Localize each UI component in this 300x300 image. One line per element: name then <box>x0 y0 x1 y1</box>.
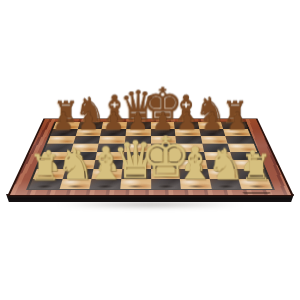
piece-white-rook: ♜ <box>239 149 271 185</box>
piece-cell-b7: ♟ <box>75 128 101 135</box>
brand-stamp-mark <box>242 191 271 193</box>
piece-black-pawn: ♟ <box>226 109 248 133</box>
board-stage: ♜♞♝♛♚♝♞♜♟♟♟♟♟♟♟♟♟♟♟♟♟♟♟♟♜♞♝♛♚♝♞♜ <box>0 0 300 300</box>
piece-black-pawn: ♟ <box>201 109 223 133</box>
piece-cell-g7: ♟ <box>199 128 225 135</box>
piece-black-pawn: ♟ <box>77 109 99 133</box>
piece-white-knight: ♞ <box>206 142 245 185</box>
chess-set-photo: ♜♞♝♛♚♝♞♜♟♟♟♟♟♟♟♟♟♟♟♟♟♟♟♟♜♞♝♛♚♝♞♜ <box>0 0 300 300</box>
piece-cell-h7: ♟ <box>223 128 250 135</box>
piece-black-pawn: ♟ <box>52 109 74 133</box>
piece-cell-a7: ♟ <box>50 128 77 135</box>
chess-board: ♜♞♝♛♚♝♞♜♟♟♟♟♟♟♟♟♟♟♟♟♟♟♟♟♜♞♝♛♚♝♞♜ <box>7 118 294 195</box>
